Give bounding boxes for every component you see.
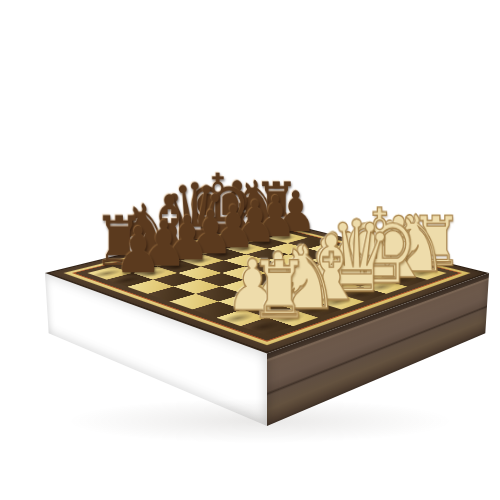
- square-a7[interactable]: ♟: [107, 273, 153, 287]
- chess-box: ♜♞♝♛♚♝♞♜♟♟♟♟♟♟♟♟♟♟♟♟♟♟♟♟♜♞♝♛♚♝♞♜: [45, 219, 489, 354]
- square-a1[interactable]: ♜: [241, 318, 293, 336]
- piece-white-rook[interactable]: ♜: [249, 251, 309, 331]
- photo-scene: ♜♞♝♛♚♝♞♜♟♟♟♟♟♟♟♟♟♟♟♟♟♟♟♟♜♞♝♛♚♝♞♜: [0, 0, 500, 500]
- square-a4[interactable]: [170, 294, 219, 309]
- piece-black-pawn[interactable]: ♟: [114, 219, 162, 283]
